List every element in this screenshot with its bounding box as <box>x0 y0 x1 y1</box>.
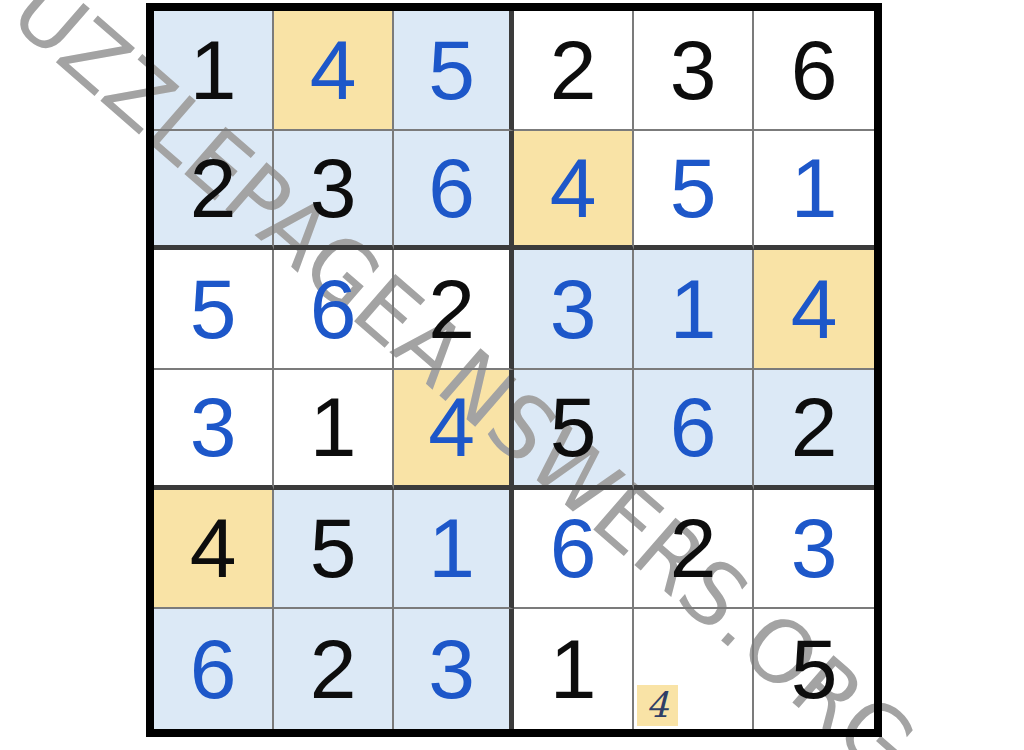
cell-digit: 2 <box>310 627 357 711</box>
cell-r6c5[interactable]: 4 <box>634 609 754 729</box>
cell-digit: 6 <box>670 385 717 469</box>
cell-digit: 1 <box>550 627 597 711</box>
cell-digit: 5 <box>310 506 357 590</box>
cell-digit: 4 <box>310 28 357 112</box>
cell-r1c1[interactable]: 1 <box>154 11 274 131</box>
cell-r6c2[interactable]: 2 <box>274 609 394 729</box>
cell-digit: 3 <box>670 28 717 112</box>
cell-r4c5[interactable]: 6 <box>634 370 754 490</box>
cell-r6c4[interactable]: 1 <box>514 609 634 729</box>
cell-digit: 5 <box>670 146 717 230</box>
cell-digit: 1 <box>670 267 717 351</box>
cell-r3c1[interactable]: 5 <box>154 250 274 370</box>
cell-digit: 5 <box>428 28 475 112</box>
cell-r5c4[interactable]: 6 <box>514 490 634 610</box>
cell-digit: 3 <box>428 627 475 711</box>
cell-digit: 3 <box>791 506 838 590</box>
cell-digit: 2 <box>670 506 717 590</box>
cell-r5c2[interactable]: 5 <box>274 490 394 610</box>
cell-r4c6[interactable]: 2 <box>754 370 874 490</box>
cell-digit: 1 <box>428 506 475 590</box>
sudoku-board: 145236236451562314314562451623623145 <box>146 3 882 737</box>
cell-r5c5[interactable]: 2 <box>634 490 754 610</box>
cell-digit: 5 <box>791 627 838 711</box>
cell-digit: 6 <box>310 267 357 351</box>
cell-digit: 2 <box>550 28 597 112</box>
cell-digit: 1 <box>791 146 838 230</box>
cell-r3c5[interactable]: 1 <box>634 250 754 370</box>
cell-digit: 3 <box>190 385 237 469</box>
cell-digit: 1 <box>310 385 357 469</box>
cell-digit: 2 <box>428 267 475 351</box>
cell-digit: 4 <box>190 506 237 590</box>
cell-r1c3[interactable]: 5 <box>394 11 514 131</box>
cell-r1c6[interactable]: 6 <box>754 11 874 131</box>
cell-digit: 4 <box>550 146 597 230</box>
pencil-mark-box: 4 <box>637 685 678 726</box>
cell-digit: 4 <box>791 267 838 351</box>
cell-digit: 6 <box>190 627 237 711</box>
cell-digit: 5 <box>550 385 597 469</box>
cell-r3c2[interactable]: 6 <box>274 250 394 370</box>
cell-digit: 4 <box>428 385 475 469</box>
cell-r4c2[interactable]: 1 <box>274 370 394 490</box>
cell-digit: 3 <box>310 146 357 230</box>
cell-r2c4[interactable]: 4 <box>514 131 634 251</box>
cell-r6c3[interactable]: 3 <box>394 609 514 729</box>
cell-r6c6[interactable]: 5 <box>754 609 874 729</box>
cell-digit: 6 <box>428 146 475 230</box>
cell-r1c5[interactable]: 3 <box>634 11 754 131</box>
cell-digit: 2 <box>190 146 237 230</box>
cell-r3c4[interactable]: 3 <box>514 250 634 370</box>
cell-r3c3[interactable]: 2 <box>394 250 514 370</box>
pencil-mark-digit: 4 <box>646 688 668 723</box>
cell-digit: 6 <box>791 28 838 112</box>
cell-r2c5[interactable]: 5 <box>634 131 754 251</box>
cell-r1c4[interactable]: 2 <box>514 11 634 131</box>
cell-r4c1[interactable]: 3 <box>154 370 274 490</box>
cell-digit: 6 <box>550 506 597 590</box>
cell-r2c3[interactable]: 6 <box>394 131 514 251</box>
cell-r3c6[interactable]: 4 <box>754 250 874 370</box>
cell-r6c1[interactable]: 6 <box>154 609 274 729</box>
page: PUZZLEPAGEANSWERS.ORG 145236236451562314… <box>0 0 1024 750</box>
cell-r4c4[interactable]: 5 <box>514 370 634 490</box>
cell-r2c6[interactable]: 1 <box>754 131 874 251</box>
cell-digit: 3 <box>550 267 597 351</box>
cell-r1c2[interactable]: 4 <box>274 11 394 131</box>
cell-digit: 1 <box>190 28 237 112</box>
cell-r5c6[interactable]: 3 <box>754 490 874 610</box>
cell-r2c2[interactable]: 3 <box>274 131 394 251</box>
cell-digit: 2 <box>791 385 838 469</box>
cell-digit: 5 <box>190 267 237 351</box>
cell-r5c3[interactable]: 1 <box>394 490 514 610</box>
cell-r2c1[interactable]: 2 <box>154 131 274 251</box>
cell-r5c1[interactable]: 4 <box>154 490 274 610</box>
cell-r4c3[interactable]: 4 <box>394 370 514 490</box>
